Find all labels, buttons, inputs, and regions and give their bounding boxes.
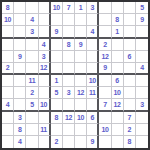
cell-r2c10[interactable]: 8 — [112, 14, 124, 26]
cell-r7c4[interactable] — [39, 75, 51, 87]
cell-r11c3[interactable] — [26, 124, 38, 136]
cell-r4c7[interactable]: 9 — [75, 39, 87, 51]
given-digit: 11 — [89, 89, 96, 96]
cell-r2c1[interactable]: 10 — [2, 14, 14, 26]
cell-r6c1[interactable]: 2 — [2, 63, 14, 75]
cell-r10c11[interactable]: 7 — [124, 112, 136, 124]
given-digit: 8 — [6, 4, 10, 11]
given-digit: 3 — [90, 4, 94, 11]
cell-r7c12[interactable] — [136, 75, 148, 87]
cell-r11c4[interactable]: 11 — [39, 124, 51, 136]
cell-r12c5[interactable]: 2 — [51, 136, 63, 148]
given-digit: 4 — [6, 101, 10, 108]
cell-r3c1[interactable] — [2, 26, 14, 38]
given-digit: 4 — [18, 138, 22, 145]
cell-r10c10[interactable] — [112, 112, 124, 124]
given-digit: 6 — [90, 114, 94, 121]
given-digit: 8 — [54, 114, 58, 121]
cell-r10c7[interactable]: 10 — [75, 112, 87, 124]
cell-r4c6[interactable]: 8 — [63, 39, 75, 51]
cell-r4c5[interactable] — [51, 39, 63, 51]
cell-r8c3[interactable]: 2 — [26, 87, 38, 99]
given-digit: 10 — [4, 16, 11, 23]
given-digit: 10 — [89, 77, 96, 84]
cell-r10c5[interactable]: 8 — [51, 112, 63, 124]
cell-r2c11[interactable] — [124, 14, 136, 26]
cell-r6c11[interactable] — [124, 63, 136, 75]
cell-r9c11[interactable] — [124, 99, 136, 111]
cell-r7c3[interactable]: 11 — [26, 75, 38, 87]
cell-r5c3[interactable] — [26, 51, 38, 63]
cell-r8c1[interactable] — [2, 87, 14, 99]
cell-r4c2[interactable] — [14, 39, 26, 51]
cell-r9c5[interactable] — [51, 99, 63, 111]
cell-r11c2[interactable]: 8 — [14, 124, 26, 136]
cell-r12c10[interactable] — [112, 136, 124, 148]
given-digit: 4 — [30, 16, 34, 23]
given-digit: 2 — [103, 41, 107, 48]
cell-r10c12[interactable] — [136, 112, 148, 124]
cell-r9c6[interactable] — [63, 99, 75, 111]
cell-r5c8[interactable] — [87, 51, 99, 63]
given-digit: 9 — [90, 138, 94, 145]
cell-r8c2[interactable] — [14, 87, 26, 99]
cell-r3c7[interactable] — [75, 26, 87, 38]
given-digit: 7 — [67, 4, 71, 11]
cell-r3c3[interactable]: 3 — [26, 26, 38, 38]
given-digit: 6 — [115, 77, 119, 84]
cell-r2c8[interactable] — [87, 14, 99, 26]
cell-r6c10[interactable] — [112, 63, 124, 75]
cell-r5c6[interactable] — [63, 51, 75, 63]
cell-r7c11[interactable] — [124, 75, 136, 87]
given-digit: 10 — [114, 89, 121, 96]
cell-r3c2[interactable] — [14, 26, 26, 38]
cell-r8c5[interactable]: 5 — [51, 87, 63, 99]
cell-r8c9[interactable] — [99, 87, 111, 99]
given-digit: 3 — [42, 53, 46, 60]
given-digit: 1 — [54, 77, 58, 84]
cell-r11c9[interactable]: 10 — [99, 124, 111, 136]
cell-r1c6[interactable]: 7 — [63, 2, 75, 14]
cell-r5c9[interactable]: 12 — [99, 51, 111, 63]
cell-r7c8[interactable]: 10 — [87, 75, 99, 87]
cell-r6c4[interactable]: 12 — [39, 63, 51, 75]
cell-r4c3[interactable] — [26, 39, 38, 51]
cell-r6c2[interactable] — [14, 63, 26, 75]
cell-r10c3[interactable] — [26, 112, 38, 124]
cell-r8c10[interactable]: 10 — [112, 87, 124, 99]
given-digit: 7 — [103, 101, 107, 108]
given-digit: 3 — [18, 114, 22, 121]
cell-r7c10[interactable]: 6 — [112, 75, 124, 87]
cell-r2c9[interactable] — [99, 14, 111, 26]
given-digit: 3 — [67, 89, 71, 96]
cell-r11c1[interactable] — [2, 124, 14, 136]
cell-r4c12[interactable] — [136, 39, 148, 51]
given-digit: 10 — [101, 126, 108, 133]
given-digit: 2 — [54, 138, 58, 145]
cell-r10c8[interactable]: 6 — [87, 112, 99, 124]
cell-r10c6[interactable]: 12 — [63, 112, 75, 124]
given-digit: 12 — [40, 64, 47, 71]
cell-r12c2[interactable]: 4 — [14, 136, 26, 148]
given-digit: 4 — [90, 28, 94, 35]
cell-r2c6[interactable] — [63, 14, 75, 26]
cell-r8c4[interactable] — [39, 87, 51, 99]
given-digit: 12 — [65, 114, 72, 121]
cell-r4c4[interactable]: 4 — [39, 39, 51, 51]
given-digit: 2 — [127, 126, 131, 133]
cell-r3c12[interactable] — [136, 26, 148, 38]
cell-r1c2[interactable] — [14, 2, 26, 14]
cell-r12c7[interactable] — [75, 136, 87, 148]
cell-r1c9[interactable] — [99, 2, 111, 14]
cell-r1c4[interactable] — [39, 2, 51, 14]
cell-r11c6[interactable] — [63, 124, 75, 136]
cell-r6c7[interactable] — [75, 63, 87, 75]
cell-r12c11[interactable]: 8 — [124, 136, 136, 148]
cell-r8c8[interactable]: 11 — [87, 87, 99, 99]
given-digit: 2 — [30, 89, 34, 96]
cell-r7c6[interactable] — [63, 75, 75, 87]
cell-r12c12[interactable] — [136, 136, 148, 148]
cell-r9c2[interactable] — [14, 99, 26, 111]
cell-r7c1[interactable] — [2, 75, 14, 87]
cell-r2c7[interactable] — [75, 14, 87, 26]
given-digit: 2 — [6, 64, 10, 71]
cell-r4c9[interactable]: 2 — [99, 39, 111, 51]
cell-r4c11[interactable] — [124, 39, 136, 51]
cell-r5c12[interactable] — [136, 51, 148, 63]
cell-r8c6[interactable]: 3 — [63, 87, 75, 99]
cell-r5c2[interactable]: 9 — [14, 51, 26, 63]
cell-r4c10[interactable] — [112, 39, 124, 51]
cell-r6c5[interactable] — [51, 63, 63, 75]
cell-r11c11[interactable]: 2 — [124, 124, 136, 136]
cell-r6c6[interactable] — [63, 63, 75, 75]
given-digit: 3 — [140, 101, 144, 108]
cell-r3c10[interactable]: 1 — [112, 26, 124, 38]
cell-r3c9[interactable] — [99, 26, 111, 38]
cell-r8c7[interactable]: 12 — [75, 87, 87, 99]
cell-r12c8[interactable]: 9 — [87, 136, 99, 148]
cell-r1c7[interactable]: 1 — [75, 2, 87, 14]
cell-r9c10[interactable]: 12 — [112, 99, 124, 111]
given-digit: 10 — [53, 4, 60, 11]
cell-r12c3[interactable] — [26, 136, 38, 148]
cell-r5c10[interactable] — [112, 51, 124, 63]
cell-r9c4[interactable]: 10 — [39, 99, 51, 111]
given-digit: 4 — [140, 64, 144, 71]
given-digit: 5 — [54, 89, 58, 96]
cell-r2c12[interactable]: 9 — [136, 14, 148, 26]
cell-r12c6[interactable] — [63, 136, 75, 148]
cell-r3c5[interactable]: 9 — [51, 26, 63, 38]
given-digit: 11 — [40, 126, 47, 133]
cell-r5c11[interactable]: 6 — [124, 51, 136, 63]
given-digit: 10 — [77, 114, 84, 121]
given-digit: 11 — [29, 77, 36, 84]
cell-r6c12[interactable]: 4 — [136, 63, 148, 75]
cell-r1c3[interactable] — [26, 2, 38, 14]
cell-r6c9[interactable]: 9 — [99, 63, 111, 75]
cell-r5c4[interactable]: 3 — [39, 51, 51, 63]
cell-r11c5[interactable] — [51, 124, 63, 136]
cell-r11c10[interactable] — [112, 124, 124, 136]
cell-r7c9[interactable] — [99, 75, 111, 87]
given-digit: 8 — [67, 41, 71, 48]
given-digit: 10 — [40, 101, 47, 108]
cell-r12c1[interactable] — [2, 136, 14, 148]
cell-r10c9[interactable] — [99, 112, 111, 124]
given-digit: 6 — [127, 53, 131, 60]
cell-r9c3[interactable]: 5 — [26, 99, 38, 111]
given-digit: 4 — [42, 41, 46, 48]
cell-r8c11[interactable] — [124, 87, 136, 99]
cell-r5c5[interactable] — [51, 51, 63, 63]
given-digit: 8 — [115, 16, 119, 23]
cell-r1c12[interactable]: 5 — [136, 2, 148, 14]
cell-r11c8[interactable] — [87, 124, 99, 136]
cell-r12c4[interactable] — [39, 136, 51, 148]
cell-r7c2[interactable] — [14, 75, 26, 87]
cell-r7c5[interactable]: 1 — [51, 75, 63, 87]
given-digit: 9 — [54, 28, 58, 35]
cell-r6c8[interactable] — [87, 63, 99, 75]
given-digit: 9 — [18, 53, 22, 60]
cell-r4c1[interactable] — [2, 39, 14, 51]
cell-r2c4[interactable] — [39, 14, 51, 26]
cell-r9c7[interactable] — [75, 99, 87, 111]
cell-r10c4[interactable] — [39, 112, 51, 124]
given-digit: 1 — [115, 28, 119, 35]
given-digit: 8 — [18, 126, 22, 133]
cell-r3c6[interactable] — [63, 26, 75, 38]
given-digit: 12 — [101, 53, 108, 60]
given-digit: 9 — [103, 64, 107, 71]
cell-r4c8[interactable] — [87, 39, 99, 51]
given-digit: 7 — [127, 114, 131, 121]
cell-r8c12[interactable] — [136, 87, 148, 99]
cell-r12c9[interactable] — [99, 136, 111, 148]
cell-r3c4[interactable] — [39, 26, 51, 38]
cell-r9c1[interactable]: 4 — [2, 99, 14, 111]
given-digit: 1 — [79, 4, 83, 11]
cell-r1c11[interactable] — [124, 2, 136, 14]
cell-r10c1[interactable] — [2, 112, 14, 124]
cell-r11c12[interactable] — [136, 124, 148, 136]
cell-r2c3[interactable]: 4 — [26, 14, 38, 26]
cell-r1c5[interactable]: 10 — [51, 2, 63, 14]
cell-r3c11[interactable] — [124, 26, 136, 38]
cell-r9c12[interactable]: 3 — [136, 99, 148, 111]
cell-r1c1[interactable]: 8 — [2, 2, 14, 14]
given-digit: 9 — [140, 16, 144, 23]
cell-r2c5[interactable] — [51, 14, 63, 26]
cell-r2c2[interactable] — [14, 14, 26, 26]
cell-r7c7[interactable] — [75, 75, 87, 87]
given-digit: 3 — [30, 28, 34, 35]
given-digit: 5 — [30, 101, 34, 108]
given-digit: 9 — [79, 41, 83, 48]
cell-r1c8[interactable]: 3 — [87, 2, 99, 14]
cell-r5c1[interactable] — [2, 51, 14, 63]
cell-r10c2[interactable]: 3 — [14, 112, 26, 124]
given-digit: 12 — [114, 101, 121, 108]
sudoku-board: 8107135104893941489293126212941111062531… — [0, 0, 150, 150]
given-digit: 12 — [77, 89, 84, 96]
cell-r11c7[interactable] — [75, 124, 87, 136]
cell-r9c9[interactable]: 7 — [99, 99, 111, 111]
cell-r6c3[interactable] — [26, 63, 38, 75]
cell-r9c8[interactable] — [87, 99, 99, 111]
cell-r5c7[interactable] — [75, 51, 87, 63]
cell-r1c10[interactable] — [112, 2, 124, 14]
given-digit: 5 — [140, 4, 144, 11]
given-digit: 8 — [127, 138, 131, 145]
cell-r3c8[interactable]: 4 — [87, 26, 99, 38]
